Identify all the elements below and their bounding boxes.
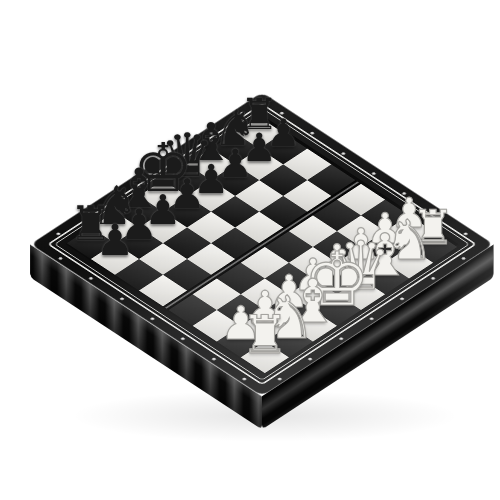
rivet [89,277,95,281]
rivet [307,357,313,361]
rivet [399,297,405,301]
rivet [430,277,436,281]
rivet [211,357,217,361]
rivet [338,337,344,341]
rivet [180,337,186,341]
rivet [58,256,64,260]
rivet [277,377,283,381]
rivet [119,297,125,301]
product-photo: ♜♞♝♛♚♝♞♜♟♟♟♟♟♟♟♟♟♟♟♟♟♟♟♟♜♞♝♛♚♝♞♜ [0,0,500,500]
rivet [150,317,156,321]
chess-board-case [30,92,494,396]
rivet [368,317,374,321]
rivet [242,377,248,381]
rivet [460,256,466,260]
